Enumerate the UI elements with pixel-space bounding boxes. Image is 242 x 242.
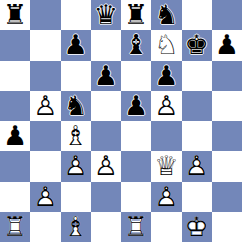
square-e6[interactable] bbox=[121, 61, 151, 91]
square-b1[interactable] bbox=[30, 212, 60, 242]
square-c4[interactable]: ♝♗ bbox=[61, 121, 91, 151]
black-pawn-piece[interactable]: ♟ bbox=[212, 30, 242, 60]
square-h6[interactable] bbox=[212, 61, 242, 91]
square-d1[interactable] bbox=[91, 212, 121, 242]
square-g2[interactable] bbox=[182, 182, 212, 212]
black-pawn-piece[interactable]: ♟ bbox=[91, 61, 121, 91]
square-c5[interactable]: ♞ bbox=[61, 91, 91, 121]
white-king-piece[interactable]: ♚♔ bbox=[182, 212, 212, 242]
piece-outline-layer: ♔ bbox=[182, 212, 212, 242]
square-h7[interactable]: ♟ bbox=[212, 30, 242, 60]
square-a2[interactable] bbox=[0, 182, 30, 212]
square-e2[interactable] bbox=[121, 182, 151, 212]
square-g6[interactable] bbox=[182, 61, 212, 91]
piece-outline-layer: ♙ bbox=[182, 151, 212, 181]
square-h3[interactable] bbox=[212, 151, 242, 181]
black-pawn-piece[interactable]: ♟ bbox=[121, 91, 151, 121]
square-h4[interactable] bbox=[212, 121, 242, 151]
square-a4[interactable]: ♟ bbox=[0, 121, 30, 151]
square-a1[interactable]: ♜♖ bbox=[0, 212, 30, 242]
square-d8[interactable]: ♛ bbox=[91, 0, 121, 30]
white-bishop-piece[interactable]: ♝♗ bbox=[61, 212, 91, 242]
piece-outline-layer: ♙ bbox=[30, 182, 60, 212]
chess-board: ♜♛♜♞♟♝♞♘♚♟♟♟♟♙♞♟♟♙♟♝♗♟♙♟♙♛♕♟♙♟♙♟♙♜♖♝♗♜♖♚… bbox=[0, 0, 242, 242]
square-g5[interactable] bbox=[182, 91, 212, 121]
white-pawn-piece[interactable]: ♟♙ bbox=[30, 182, 60, 212]
square-h2[interactable] bbox=[212, 182, 242, 212]
square-d6[interactable]: ♟ bbox=[91, 61, 121, 91]
piece-outline-layer: ♙ bbox=[61, 151, 91, 181]
square-b2[interactable]: ♟♙ bbox=[30, 182, 60, 212]
square-b6[interactable] bbox=[30, 61, 60, 91]
black-rook-piece[interactable]: ♜ bbox=[121, 0, 151, 30]
square-a6[interactable] bbox=[0, 61, 30, 91]
square-b8[interactable] bbox=[30, 0, 60, 30]
piece-outline-layer: ♗ bbox=[61, 212, 91, 242]
white-rook-piece[interactable]: ♜♖ bbox=[121, 212, 151, 242]
square-b4[interactable] bbox=[30, 121, 60, 151]
white-pawn-piece[interactable]: ♟♙ bbox=[182, 151, 212, 181]
square-b7[interactable] bbox=[30, 30, 60, 60]
square-d3[interactable]: ♟♙ bbox=[91, 151, 121, 181]
black-queen-piece[interactable]: ♛ bbox=[91, 0, 121, 30]
black-pawn-piece[interactable]: ♟ bbox=[0, 121, 30, 151]
black-knight-piece[interactable]: ♞ bbox=[61, 91, 91, 121]
black-rook-piece[interactable]: ♜ bbox=[0, 0, 30, 30]
square-a5[interactable] bbox=[0, 91, 30, 121]
square-e7[interactable]: ♝ bbox=[121, 30, 151, 60]
square-g4[interactable] bbox=[182, 121, 212, 151]
square-h5[interactable] bbox=[212, 91, 242, 121]
square-g7[interactable]: ♚ bbox=[182, 30, 212, 60]
square-f3[interactable]: ♛♕ bbox=[151, 151, 181, 181]
square-e8[interactable]: ♜ bbox=[121, 0, 151, 30]
square-d7[interactable] bbox=[91, 30, 121, 60]
square-d5[interactable] bbox=[91, 91, 121, 121]
square-a7[interactable] bbox=[0, 30, 30, 60]
piece-outline-layer: ♕ bbox=[151, 151, 181, 181]
square-c2[interactable] bbox=[61, 182, 91, 212]
white-pawn-piece[interactable]: ♟♙ bbox=[30, 91, 60, 121]
square-d2[interactable] bbox=[91, 182, 121, 212]
piece-outline-layer: ♖ bbox=[0, 212, 30, 242]
square-f2[interactable]: ♟♙ bbox=[151, 182, 181, 212]
square-e3[interactable] bbox=[121, 151, 151, 181]
square-d4[interactable] bbox=[91, 121, 121, 151]
square-a3[interactable] bbox=[0, 151, 30, 181]
square-e5[interactable]: ♟ bbox=[121, 91, 151, 121]
white-knight-piece[interactable]: ♞♘ bbox=[151, 30, 181, 60]
square-g3[interactable]: ♟♙ bbox=[182, 151, 212, 181]
square-e1[interactable]: ♜♖ bbox=[121, 212, 151, 242]
square-f6[interactable]: ♟ bbox=[151, 61, 181, 91]
square-f4[interactable] bbox=[151, 121, 181, 151]
white-pawn-piece[interactable]: ♟♙ bbox=[91, 151, 121, 181]
square-h8[interactable] bbox=[212, 0, 242, 30]
piece-outline-layer: ♗ bbox=[61, 121, 91, 151]
square-b3[interactable] bbox=[30, 151, 60, 181]
black-king-piece[interactable]: ♚ bbox=[182, 30, 212, 60]
square-c3[interactable]: ♟♙ bbox=[61, 151, 91, 181]
square-g1[interactable]: ♚♔ bbox=[182, 212, 212, 242]
white-bishop-piece[interactable]: ♝♗ bbox=[61, 121, 91, 151]
square-c7[interactable]: ♟ bbox=[61, 30, 91, 60]
white-queen-piece[interactable]: ♛♕ bbox=[151, 151, 181, 181]
piece-outline-layer: ♙ bbox=[151, 182, 181, 212]
square-f1[interactable] bbox=[151, 212, 181, 242]
piece-outline-layer: ♙ bbox=[151, 91, 181, 121]
piece-outline-layer: ♘ bbox=[151, 30, 181, 60]
piece-outline-layer: ♖ bbox=[121, 212, 151, 242]
white-rook-piece[interactable]: ♜♖ bbox=[0, 212, 30, 242]
square-g8[interactable] bbox=[182, 0, 212, 30]
white-pawn-piece[interactable]: ♟♙ bbox=[151, 91, 181, 121]
square-f8[interactable]: ♞ bbox=[151, 0, 181, 30]
black-pawn-piece[interactable]: ♟ bbox=[61, 30, 91, 60]
black-knight-piece[interactable]: ♞ bbox=[151, 0, 181, 30]
square-f5[interactable]: ♟♙ bbox=[151, 91, 181, 121]
white-pawn-piece[interactable]: ♟♙ bbox=[61, 151, 91, 181]
square-e4[interactable] bbox=[121, 121, 151, 151]
square-b5[interactable]: ♟♙ bbox=[30, 91, 60, 121]
square-a8[interactable]: ♜ bbox=[0, 0, 30, 30]
square-c1[interactable]: ♝♗ bbox=[61, 212, 91, 242]
black-pawn-piece[interactable]: ♟ bbox=[151, 61, 181, 91]
square-f7[interactable]: ♞♘ bbox=[151, 30, 181, 60]
white-pawn-piece[interactable]: ♟♙ bbox=[151, 182, 181, 212]
piece-outline-layer: ♙ bbox=[30, 91, 60, 121]
piece-outline-layer: ♙ bbox=[91, 151, 121, 181]
square-h1[interactable] bbox=[212, 212, 242, 242]
square-c8[interactable] bbox=[61, 0, 91, 30]
square-c6[interactable] bbox=[61, 61, 91, 91]
black-bishop-piece[interactable]: ♝ bbox=[121, 30, 151, 60]
